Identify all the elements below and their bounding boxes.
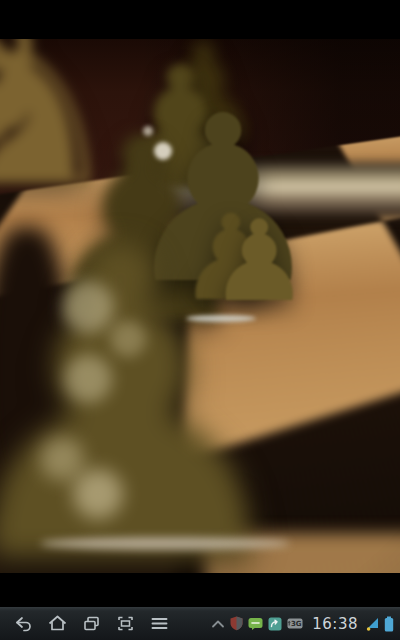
menu-button[interactable]	[149, 613, 170, 634]
menu-icon	[149, 613, 170, 634]
recent-apps-icon	[81, 613, 102, 634]
pawn-piece-giant: ♟	[0, 193, 314, 573]
bokeh-highlight	[110, 321, 146, 357]
clock: 16:38	[312, 615, 358, 633]
bokeh-highlight	[154, 142, 172, 160]
home-icon	[47, 613, 68, 634]
photo-chess-scene[interactable]: ♞♟♟♟♟♟♟♟	[0, 39, 400, 573]
bokeh-highlight	[62, 281, 114, 333]
signal-icon	[366, 617, 379, 631]
back-button[interactable]	[13, 613, 34, 634]
bokeh-highlight	[73, 469, 123, 519]
home-button[interactable]	[47, 613, 68, 634]
bokeh-highlight	[64, 355, 112, 403]
navigation-buttons	[0, 613, 228, 634]
system-bar: 3G 16:38	[0, 607, 400, 640]
screen-capture-icon	[115, 613, 136, 634]
status-area[interactable]: 3G 16:38	[230, 615, 400, 633]
bokeh-highlight	[40, 437, 84, 481]
chevron-up-icon	[209, 615, 227, 633]
back-icon	[13, 613, 34, 634]
board-reflection-glint	[40, 537, 290, 550]
security-shield-icon	[230, 616, 243, 631]
device-screen: ♞♟♟♟♟♟♟♟	[0, 0, 400, 640]
mobile-data-3g-icon: 3G	[287, 617, 303, 630]
call-forward-icon	[268, 617, 282, 631]
board-reflection-glint	[186, 315, 256, 322]
recent-apps-button[interactable]	[81, 613, 102, 634]
quick-access-button[interactable]	[207, 613, 228, 634]
svg-text:3G: 3G	[291, 620, 302, 628]
bokeh-highlight	[143, 126, 153, 136]
battery-icon	[384, 616, 394, 632]
message-icon	[248, 617, 263, 631]
screen-capture-button[interactable]	[115, 613, 136, 634]
